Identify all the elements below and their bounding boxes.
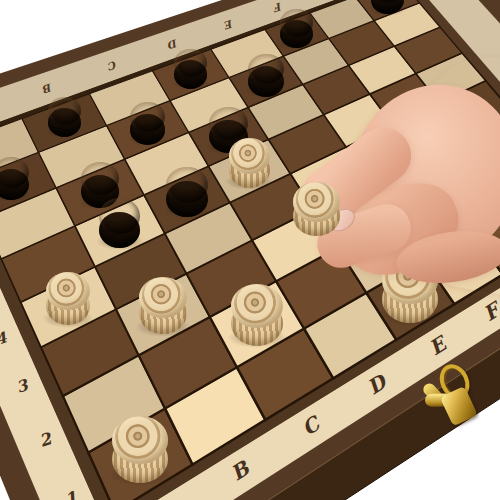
- scene: AABBCCDDEEFFGGHH12345678: [0, 0, 500, 500]
- checkers-board[interactable]: AABBCCDDEEFFGGHH12345678: [0, 0, 500, 500]
